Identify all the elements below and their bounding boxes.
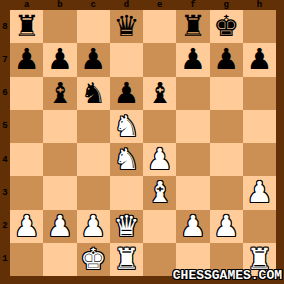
square-a4[interactable] [10,143,43,176]
square-c3[interactable] [77,176,110,209]
rank-label-7: 7 [0,43,10,76]
square-f2[interactable]: ♟ [176,210,209,243]
piece-white-pawn: ♟ [213,210,239,243]
piece-black-king: ♚ [213,10,239,43]
square-e8[interactable] [143,10,176,43]
file-label-b: b [43,0,76,10]
piece-black-pawn: ♟ [180,43,206,76]
square-e2[interactable] [143,210,176,243]
square-e4[interactable]: ♟ [143,143,176,176]
piece-black-bishop: ♝ [147,77,173,110]
square-c6[interactable]: ♞ [77,77,110,110]
board-frame: abcdefgh 87654321 ♜♛♜♚♟♟♟♟♟♟♝♞♟♝♞♞♟♝♟♟♟♟… [0,0,284,284]
square-d6[interactable]: ♟ [110,77,143,110]
rank-label-5: 5 [0,110,10,143]
square-e7[interactable] [143,43,176,76]
piece-black-pawn: ♟ [113,77,139,110]
square-a8[interactable]: ♜ [10,10,43,43]
file-labels: abcdefgh [10,0,276,10]
square-c7[interactable]: ♟ [77,43,110,76]
square-b6[interactable]: ♝ [43,77,76,110]
square-b4[interactable] [43,143,76,176]
piece-black-pawn: ♟ [246,43,272,76]
square-f3[interactable] [176,176,209,209]
piece-black-queen: ♛ [113,10,139,43]
square-f7[interactable]: ♟ [176,43,209,76]
piece-white-pawn: ♟ [180,210,206,243]
rank-label-6: 6 [0,77,10,110]
piece-black-pawn: ♟ [14,43,40,76]
square-d4[interactable]: ♞ [110,143,143,176]
piece-white-king: ♚ [80,243,106,276]
rank-label-3: 3 [0,176,10,209]
square-g7[interactable]: ♟ [210,43,243,76]
square-e3[interactable]: ♝ [143,176,176,209]
rank-label-1: 1 [0,243,10,276]
square-a7[interactable]: ♟ [10,43,43,76]
file-label-e: e [143,0,176,10]
square-c2[interactable]: ♟ [77,210,110,243]
square-a5[interactable] [10,110,43,143]
file-label-a: a [10,0,43,10]
square-b7[interactable]: ♟ [43,43,76,76]
square-c8[interactable] [77,10,110,43]
piece-black-rook: ♜ [14,10,40,43]
square-f4[interactable] [176,143,209,176]
file-label-g: g [210,0,243,10]
piece-white-bishop: ♝ [147,176,173,209]
square-d3[interactable] [110,176,143,209]
piece-white-pawn: ♟ [147,143,173,176]
file-label-f: f [176,0,209,10]
square-h6[interactable] [243,77,276,110]
square-h4[interactable] [243,143,276,176]
square-e1[interactable] [143,243,176,276]
square-g8[interactable]: ♚ [210,10,243,43]
piece-white-pawn: ♟ [14,210,40,243]
square-g4[interactable] [210,143,243,176]
rank-labels: 87654321 [0,10,10,276]
chess-board: ♜♛♜♚♟♟♟♟♟♟♝♞♟♝♞♞♟♝♟♟♟♟♛♟♟♚♜♜ [10,10,276,276]
square-d2[interactable]: ♛ [110,210,143,243]
square-e5[interactable] [143,110,176,143]
square-b3[interactable] [43,176,76,209]
square-c5[interactable] [77,110,110,143]
square-a2[interactable]: ♟ [10,210,43,243]
piece-white-queen: ♛ [113,210,139,243]
square-d7[interactable] [110,43,143,76]
piece-white-pawn: ♟ [47,210,73,243]
square-f6[interactable] [176,77,209,110]
piece-black-pawn: ♟ [47,43,73,76]
square-b1[interactable] [43,243,76,276]
file-label-d: d [110,0,143,10]
square-g2[interactable]: ♟ [210,210,243,243]
piece-black-bishop: ♝ [47,77,73,110]
piece-white-pawn: ♟ [246,176,272,209]
square-a1[interactable] [10,243,43,276]
rank-label-8: 8 [0,10,10,43]
piece-black-knight: ♞ [80,77,106,110]
piece-black-rook: ♜ [180,10,206,43]
piece-white-rook: ♜ [113,243,139,276]
square-b8[interactable] [43,10,76,43]
square-a6[interactable] [10,77,43,110]
square-b2[interactable]: ♟ [43,210,76,243]
piece-white-knight: ♞ [113,143,139,176]
square-f5[interactable] [176,110,209,143]
piece-black-pawn: ♟ [213,43,239,76]
square-f8[interactable]: ♜ [176,10,209,43]
square-h3[interactable]: ♟ [243,176,276,209]
square-g6[interactable] [210,77,243,110]
square-g5[interactable] [210,110,243,143]
square-h8[interactable] [243,10,276,43]
square-b5[interactable] [43,110,76,143]
square-c4[interactable] [77,143,110,176]
square-a3[interactable] [10,176,43,209]
square-d5[interactable]: ♞ [110,110,143,143]
rank-label-4: 4 [0,143,10,176]
square-h2[interactable] [243,210,276,243]
rank-label-2: 2 [0,210,10,243]
file-label-c: c [77,0,110,10]
square-h5[interactable] [243,110,276,143]
square-d8[interactable]: ♛ [110,10,143,43]
square-c1[interactable]: ♚ [77,243,110,276]
square-g3[interactable] [210,176,243,209]
file-label-h: h [243,0,276,10]
square-d1[interactable]: ♜ [110,243,143,276]
piece-white-knight: ♞ [113,110,139,143]
piece-black-pawn: ♟ [80,43,106,76]
piece-white-pawn: ♟ [80,210,106,243]
site-watermark: CHESSGAMES.COM [173,268,282,283]
square-h7[interactable]: ♟ [243,43,276,76]
square-e6[interactable]: ♝ [143,77,176,110]
